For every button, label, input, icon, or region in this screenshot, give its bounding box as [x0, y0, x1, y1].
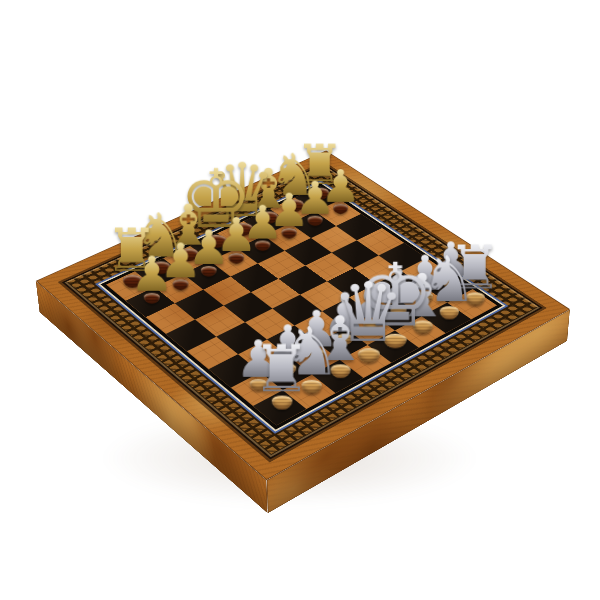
product-photo: ♜♞♝♚♛♝♞♜♟♟♟♟♟♟♟♟♟♟♟♟♟♟♟♟♜♞♝♛♚♝♞♜ [0, 0, 600, 600]
board-top-face: ♜♞♝♚♛♝♞♜♟♟♟♟♟♟♟♟♟♟♟♟♟♟♟♟♜♞♝♛♚♝♞♜ [36, 150, 570, 480]
piece-figure: ♟ [102, 249, 203, 303]
turned-wood-base [144, 292, 160, 303]
scene-3d: ♜♞♝♚♛♝♞♜♟♟♟♟♟♟♟♟♟♟♟♟♟♟♟♟♜♞♝♛♚♝♞♜ [0, 0, 600, 600]
turned-wood-base [272, 395, 293, 409]
chess-chest-box: ♜♞♝♚♛♝♞♜♟♟♟♟♟♟♟♟♟♟♟♟♟♟♟♟♜♞♝♛♚♝♞♜ [36, 150, 570, 480]
piece-figure: ♜ [228, 336, 337, 410]
pawn-glyph: ♟ [320, 163, 360, 208]
pawn-glyph: ♟ [130, 249, 173, 297]
rook-glyph: ♜ [253, 336, 311, 401]
